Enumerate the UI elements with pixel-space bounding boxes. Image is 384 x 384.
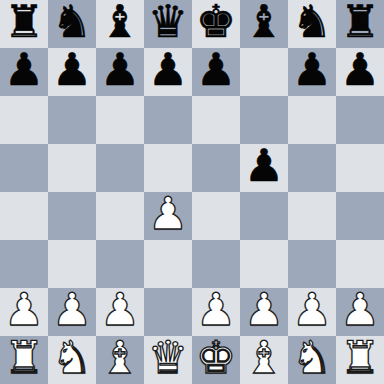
square-b7[interactable]: ♟ (48, 48, 96, 96)
piece-white-pawn[interactable]: ♟ (340, 288, 380, 334)
square-c4[interactable] (96, 192, 144, 240)
piece-white-pawn[interactable]: ♟ (196, 288, 236, 334)
piece-white-rook[interactable]: ♜ (4, 336, 44, 382)
square-f4[interactable] (240, 192, 288, 240)
square-c6[interactable] (96, 96, 144, 144)
square-h8[interactable]: ♜ (336, 0, 384, 48)
square-e6[interactable] (192, 96, 240, 144)
square-d2[interactable] (144, 288, 192, 336)
square-f5[interactable]: ♟ (240, 144, 288, 192)
piece-black-knight[interactable]: ♞ (292, 0, 332, 46)
square-b8[interactable]: ♞ (48, 0, 96, 48)
square-b6[interactable] (48, 96, 96, 144)
square-g6[interactable] (288, 96, 336, 144)
square-a4[interactable] (0, 192, 48, 240)
square-d1[interactable]: ♛ (144, 336, 192, 384)
square-b3[interactable] (48, 240, 96, 288)
square-d8[interactable]: ♛ (144, 0, 192, 48)
square-h4[interactable] (336, 192, 384, 240)
square-b2[interactable]: ♟ (48, 288, 96, 336)
piece-black-knight[interactable]: ♞ (52, 0, 92, 46)
piece-black-bishop[interactable]: ♝ (100, 0, 140, 46)
square-f3[interactable] (240, 240, 288, 288)
piece-white-knight[interactable]: ♞ (292, 336, 332, 382)
piece-black-king[interactable]: ♚ (196, 0, 236, 46)
square-e4[interactable] (192, 192, 240, 240)
square-e3[interactable] (192, 240, 240, 288)
square-d6[interactable] (144, 96, 192, 144)
piece-black-pawn[interactable]: ♟ (100, 48, 140, 94)
square-h3[interactable] (336, 240, 384, 288)
square-a8[interactable]: ♜ (0, 0, 48, 48)
square-a7[interactable]: ♟ (0, 48, 48, 96)
square-h5[interactable] (336, 144, 384, 192)
square-g2[interactable]: ♟ (288, 288, 336, 336)
piece-black-pawn[interactable]: ♟ (196, 48, 236, 94)
square-c8[interactable]: ♝ (96, 0, 144, 48)
piece-black-pawn[interactable]: ♟ (4, 48, 44, 94)
square-h7[interactable]: ♟ (336, 48, 384, 96)
square-h1[interactable]: ♜ (336, 336, 384, 384)
square-f7[interactable] (240, 48, 288, 96)
square-e5[interactable] (192, 144, 240, 192)
square-g1[interactable]: ♞ (288, 336, 336, 384)
square-e8[interactable]: ♚ (192, 0, 240, 48)
square-h2[interactable]: ♟ (336, 288, 384, 336)
square-c5[interactable] (96, 144, 144, 192)
square-d3[interactable] (144, 240, 192, 288)
piece-black-queen[interactable]: ♛ (148, 0, 188, 46)
square-a2[interactable]: ♟ (0, 288, 48, 336)
piece-white-bishop[interactable]: ♝ (100, 336, 140, 382)
piece-black-pawn[interactable]: ♟ (148, 48, 188, 94)
square-e2[interactable]: ♟ (192, 288, 240, 336)
square-g8[interactable]: ♞ (288, 0, 336, 48)
square-d4[interactable]: ♟ (144, 192, 192, 240)
square-f2[interactable]: ♟ (240, 288, 288, 336)
piece-white-pawn[interactable]: ♟ (292, 288, 332, 334)
piece-black-pawn[interactable]: ♟ (292, 48, 332, 94)
square-c1[interactable]: ♝ (96, 336, 144, 384)
piece-white-pawn[interactable]: ♟ (4, 288, 44, 334)
piece-white-king[interactable]: ♚ (196, 336, 236, 382)
square-a3[interactable] (0, 240, 48, 288)
piece-white-pawn[interactable]: ♟ (52, 288, 92, 334)
piece-white-pawn[interactable]: ♟ (100, 288, 140, 334)
piece-black-rook[interactable]: ♜ (340, 0, 380, 46)
square-c7[interactable]: ♟ (96, 48, 144, 96)
square-g4[interactable] (288, 192, 336, 240)
piece-white-bishop[interactable]: ♝ (244, 336, 284, 382)
square-c3[interactable] (96, 240, 144, 288)
square-f8[interactable]: ♝ (240, 0, 288, 48)
piece-white-knight[interactable]: ♞ (52, 336, 92, 382)
square-b5[interactable] (48, 144, 96, 192)
piece-white-rook[interactable]: ♜ (340, 336, 380, 382)
piece-white-pawn[interactable]: ♟ (244, 288, 284, 334)
piece-black-bishop[interactable]: ♝ (244, 0, 284, 46)
square-g7[interactable]: ♟ (288, 48, 336, 96)
square-a5[interactable] (0, 144, 48, 192)
square-f1[interactable]: ♝ (240, 336, 288, 384)
piece-white-queen[interactable]: ♛ (148, 336, 188, 382)
square-d5[interactable] (144, 144, 192, 192)
square-a6[interactable] (0, 96, 48, 144)
square-d7[interactable]: ♟ (144, 48, 192, 96)
piece-white-pawn[interactable]: ♟ (148, 192, 188, 238)
square-g3[interactable] (288, 240, 336, 288)
piece-black-pawn[interactable]: ♟ (340, 48, 380, 94)
square-h6[interactable] (336, 96, 384, 144)
square-b1[interactable]: ♞ (48, 336, 96, 384)
piece-black-pawn[interactable]: ♟ (244, 144, 284, 190)
square-a1[interactable]: ♜ (0, 336, 48, 384)
square-e7[interactable]: ♟ (192, 48, 240, 96)
piece-black-rook[interactable]: ♜ (4, 0, 44, 46)
square-b4[interactable] (48, 192, 96, 240)
square-e1[interactable]: ♚ (192, 336, 240, 384)
piece-black-pawn[interactable]: ♟ (52, 48, 92, 94)
square-g5[interactable] (288, 144, 336, 192)
square-c2[interactable]: ♟ (96, 288, 144, 336)
chess-board: ♜♞♝♛♚♝♞♜♟♟♟♟♟♟♟♟♟♟♟♟♟♟♟♟♜♞♝♛♚♝♞♜ (0, 0, 384, 384)
square-f6[interactable] (240, 96, 288, 144)
